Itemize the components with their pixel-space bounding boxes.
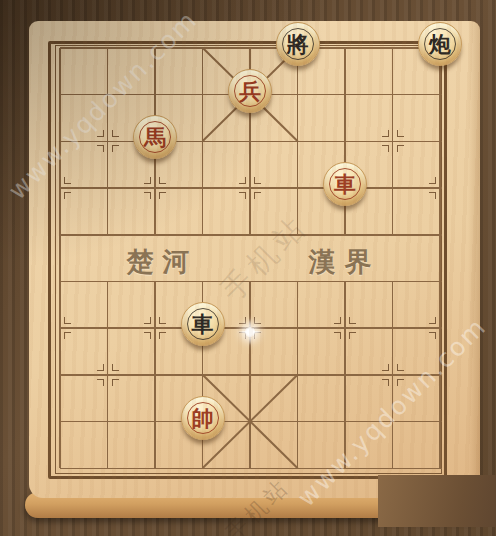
table-background (0, 0, 496, 536)
screenshot-root: 楚河 漢界 將炮兵馬車車帥 手机站 手机站 www.yqdown.com www… (0, 0, 496, 536)
